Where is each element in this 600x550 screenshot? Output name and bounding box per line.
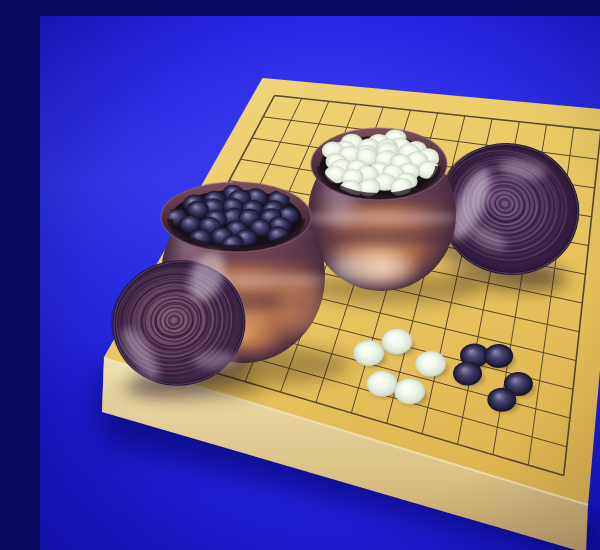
black-stone-stone bbox=[453, 362, 482, 386]
scene-canvas bbox=[40, 16, 600, 550]
black-stone-stone bbox=[487, 388, 516, 412]
white-stone-stone bbox=[353, 340, 384, 366]
white-stone-stone bbox=[367, 371, 398, 397]
white-stone-stone bbox=[394, 378, 425, 404]
go-set-photo: Go set: wooden goban with two goke bowls… bbox=[40, 16, 600, 550]
black-stone-stone bbox=[484, 344, 513, 368]
white-stone-stone bbox=[381, 328, 412, 354]
white-stone-stone bbox=[415, 351, 446, 377]
